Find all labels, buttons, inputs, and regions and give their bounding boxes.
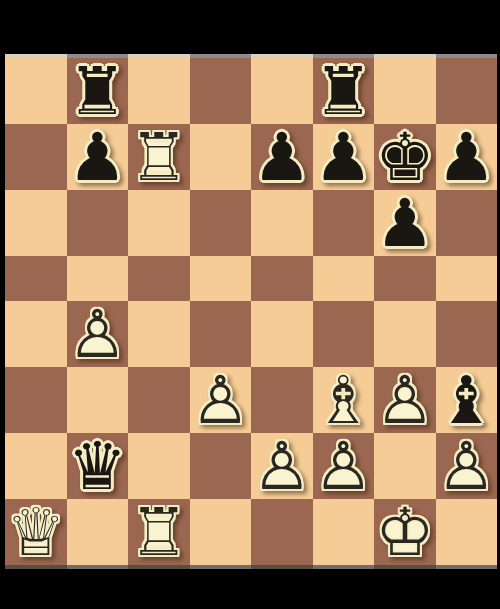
white-queen[interactable]: ♛♕	[6, 500, 65, 566]
square-e6[interactable]	[251, 190, 313, 256]
square-a5[interactable]	[5, 256, 67, 301]
square-g1[interactable]: ♚♔	[374, 499, 436, 565]
square-c8[interactable]	[128, 58, 190, 124]
piece-glyph: ♜	[68, 59, 127, 125]
square-b7[interactable]: ♟	[67, 124, 129, 190]
square-c7[interactable]: ♜♖	[128, 124, 190, 190]
square-a6[interactable]	[5, 190, 67, 256]
piece-outline-glyph: ♙	[437, 434, 496, 500]
piece-outline-glyph: ♔	[375, 500, 434, 566]
square-c4[interactable]	[128, 301, 190, 367]
square-f7[interactable]: ♟	[313, 124, 375, 190]
square-f1[interactable]	[313, 499, 375, 565]
square-b5[interactable]	[67, 256, 129, 301]
square-b2[interactable]: ♛	[67, 433, 129, 499]
square-g7[interactable]: ♚	[374, 124, 436, 190]
square-f3[interactable]: ♝♗	[313, 367, 375, 433]
square-g2[interactable]	[374, 433, 436, 499]
white-pawn[interactable]: ♟♙	[191, 368, 250, 434]
piece-glyph: ♚	[375, 125, 434, 191]
square-e3[interactable]	[251, 367, 313, 433]
square-e8[interactable]	[251, 58, 313, 124]
square-h1[interactable]	[436, 499, 498, 565]
chessboard-window: ♜♜♟♜♖♟♟♚♟♟♟♙♟♙♝♗♟♙♝♛♟♙♟♙♟♙♛♕♜♖♚♔	[0, 0, 500, 609]
white-pawn[interactable]: ♟♙	[314, 434, 373, 500]
piece-outline-glyph: ♕	[6, 500, 65, 566]
square-c1[interactable]: ♜♖	[128, 499, 190, 565]
square-g5[interactable]	[374, 256, 436, 301]
square-a8[interactable]	[5, 58, 67, 124]
square-d7[interactable]	[190, 124, 252, 190]
square-d8[interactable]	[190, 58, 252, 124]
square-h3[interactable]: ♝	[436, 367, 498, 433]
square-a1[interactable]: ♛♕	[5, 499, 67, 565]
square-e2[interactable]: ♟♙	[251, 433, 313, 499]
piece-outline-glyph: ♙	[68, 302, 127, 368]
white-pawn[interactable]: ♟♙	[252, 434, 311, 500]
square-e1[interactable]	[251, 499, 313, 565]
piece-glyph: ♟	[375, 191, 434, 257]
square-c5[interactable]	[128, 256, 190, 301]
piece-outline-glyph: ♖	[129, 500, 188, 566]
square-d3[interactable]: ♟♙	[190, 367, 252, 433]
square-h7[interactable]: ♟	[436, 124, 498, 190]
square-a7[interactable]	[5, 124, 67, 190]
square-h5[interactable]	[436, 256, 498, 301]
square-d1[interactable]	[190, 499, 252, 565]
white-rook[interactable]: ♜♖	[129, 125, 188, 191]
square-f2[interactable]: ♟♙	[313, 433, 375, 499]
white-pawn[interactable]: ♟♙	[68, 302, 127, 368]
piece-outline-glyph: ♖	[129, 125, 188, 191]
square-e5[interactable]	[251, 256, 313, 301]
chess-board: ♜♜♟♜♖♟♟♚♟♟♟♙♟♙♝♗♟♙♝♛♟♙♟♙♟♙♛♕♜♖♚♔	[5, 58, 497, 565]
square-g4[interactable]	[374, 301, 436, 367]
white-bishop[interactable]: ♝♗	[314, 368, 373, 434]
piece-glyph: ♜	[314, 59, 373, 125]
board-frame-bottom-edge	[5, 565, 497, 569]
white-rook[interactable]: ♜♖	[129, 500, 188, 566]
piece-outline-glyph: ♙	[191, 368, 250, 434]
piece-outline-glyph: ♙	[375, 368, 434, 434]
square-a2[interactable]	[5, 433, 67, 499]
piece-glyph: ♟	[437, 125, 496, 191]
black-queen[interactable]: ♛	[68, 434, 127, 500]
piece-glyph: ♛	[68, 434, 127, 500]
square-a4[interactable]	[5, 301, 67, 367]
square-d5[interactable]	[190, 256, 252, 301]
black-bishop[interactable]: ♝	[437, 368, 496, 434]
black-pawn[interactable]: ♟	[437, 125, 496, 191]
square-d6[interactable]	[190, 190, 252, 256]
square-b3[interactable]	[67, 367, 129, 433]
square-h4[interactable]	[436, 301, 498, 367]
square-d2[interactable]	[190, 433, 252, 499]
square-c3[interactable]	[128, 367, 190, 433]
white-king[interactable]: ♚♔	[375, 500, 434, 566]
white-pawn[interactable]: ♟♙	[437, 434, 496, 500]
square-b1[interactable]	[67, 499, 129, 565]
square-g6[interactable]: ♟	[374, 190, 436, 256]
square-g8[interactable]	[374, 58, 436, 124]
square-b8[interactable]: ♜	[67, 58, 129, 124]
square-e7[interactable]: ♟	[251, 124, 313, 190]
black-pawn[interactable]: ♟	[375, 191, 434, 257]
square-h2[interactable]: ♟♙	[436, 433, 498, 499]
black-pawn[interactable]: ♟	[314, 125, 373, 191]
piece-glyph: ♟	[314, 125, 373, 191]
square-c2[interactable]	[128, 433, 190, 499]
piece-glyph: ♟	[68, 125, 127, 191]
black-rook[interactable]: ♜	[68, 59, 127, 125]
square-f8[interactable]: ♜	[313, 58, 375, 124]
square-d4[interactable]	[190, 301, 252, 367]
black-pawn[interactable]: ♟	[68, 125, 127, 191]
piece-glyph: ♝	[437, 368, 496, 434]
square-b6[interactable]	[67, 190, 129, 256]
square-f5[interactable]	[313, 256, 375, 301]
black-rook[interactable]: ♜	[314, 59, 373, 125]
piece-outline-glyph: ♗	[314, 368, 373, 434]
square-f6[interactable]	[313, 190, 375, 256]
piece-outline-glyph: ♙	[314, 434, 373, 500]
white-pawn[interactable]: ♟♙	[375, 368, 434, 434]
piece-glyph: ♟	[252, 125, 311, 191]
square-c6[interactable]	[128, 190, 190, 256]
piece-outline-glyph: ♙	[252, 434, 311, 500]
square-g3[interactable]: ♟♙	[374, 367, 436, 433]
square-f4[interactable]	[313, 301, 375, 367]
square-a3[interactable]	[5, 367, 67, 433]
black-king[interactable]: ♚	[375, 125, 434, 191]
square-h6[interactable]	[436, 190, 498, 256]
square-b4[interactable]: ♟♙	[67, 301, 129, 367]
black-pawn[interactable]: ♟	[252, 125, 311, 191]
square-e4[interactable]	[251, 301, 313, 367]
square-h8[interactable]	[436, 58, 498, 124]
